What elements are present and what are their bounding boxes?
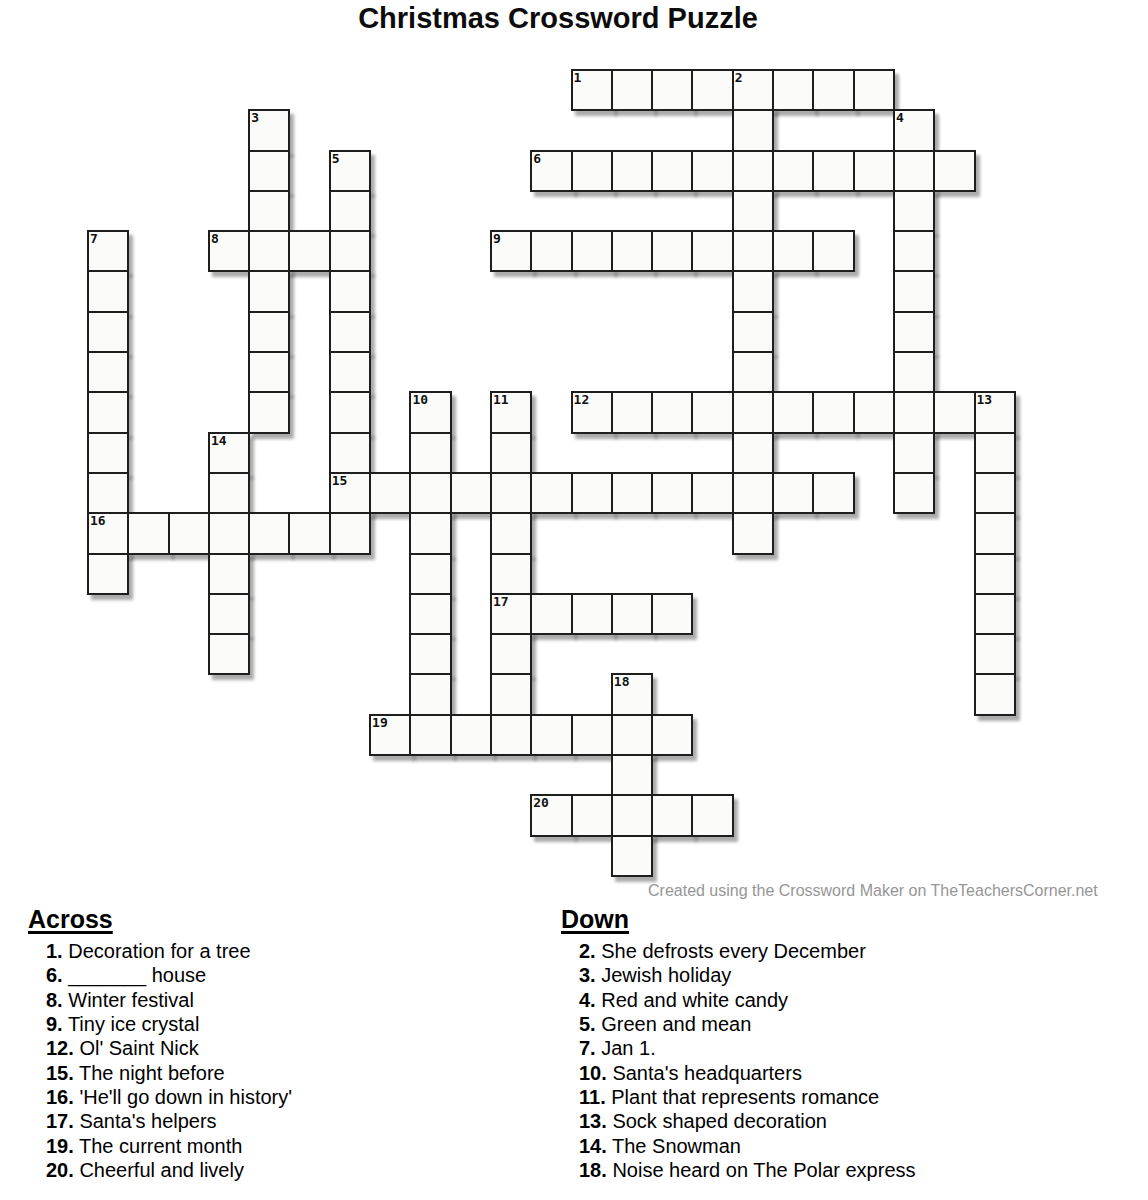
cell-r14c3[interactable] <box>208 633 250 675</box>
cell-r8c20[interactable] <box>893 391 935 433</box>
cell-r8c6[interactable] <box>329 391 371 433</box>
across-clue-list: 1. Decoration for a tree6. _______ house… <box>28 939 528 1182</box>
clue-text: 'He'll go down in history' <box>79 1086 292 1108</box>
cell-r12c22[interactable] <box>974 553 1016 595</box>
cell-r16c10[interactable] <box>490 714 532 756</box>
cell-r11c8[interactable] <box>409 512 451 554</box>
cell-r4c18[interactable] <box>812 230 854 272</box>
cell-r16c8[interactable] <box>409 714 451 756</box>
clue-number: 2. <box>579 940 596 962</box>
cell-r10c7[interactable] <box>369 472 411 514</box>
down-clue-10: 10. Santa's headquarters <box>579 1061 1131 1085</box>
credit-text: Created using the Crossword Maker on The… <box>648 881 1098 900</box>
cell-r8c13[interactable] <box>611 391 653 433</box>
cell-r3c4[interactable] <box>248 190 290 232</box>
clue-text: Santa's helpers <box>79 1110 216 1132</box>
cell-r8c18[interactable] <box>812 391 854 433</box>
cell-r13c3[interactable] <box>208 593 250 635</box>
cell-r5c20[interactable] <box>893 270 935 312</box>
down-clue-14: 14. The Snowman <box>579 1134 1131 1158</box>
cell-r0c19[interactable] <box>853 69 895 111</box>
across-clue-19: 19. The current month <box>46 1134 528 1158</box>
cell-r10c0[interactable] <box>87 472 129 514</box>
cell-r8c17[interactable] <box>772 391 814 433</box>
clue-number: 6. <box>46 964 63 986</box>
cell-r13c10[interactable]: 17 <box>490 593 532 635</box>
cell-r8c21[interactable] <box>933 391 975 433</box>
cell-r18c13[interactable] <box>611 794 653 836</box>
across-heading: Across <box>28 905 113 934</box>
cell-r2c4[interactable] <box>248 150 290 192</box>
puzzle-title: Christmas Crossword Puzzle <box>0 2 1116 34</box>
clue-number: 11. <box>579 1086 606 1108</box>
across-clue-15: 15. The night before <box>46 1061 528 1085</box>
cell-r1c4[interactable]: 3 <box>248 109 290 151</box>
cell-r10c16[interactable] <box>732 472 774 514</box>
clue-number: 3. <box>579 964 596 986</box>
cell-r18c12[interactable] <box>571 794 613 836</box>
clue-text: Green and mean <box>601 1013 751 1035</box>
cell-r10c13[interactable] <box>611 472 653 514</box>
clue-text: The night before <box>79 1062 225 1084</box>
cell-number-7: 7 <box>90 231 98 246</box>
cell-r10c12[interactable] <box>571 472 613 514</box>
cell-r19c13[interactable] <box>611 835 653 877</box>
cell-r13c8[interactable] <box>409 593 451 635</box>
clue-number: 12. <box>46 1037 74 1059</box>
cell-r11c5[interactable] <box>288 512 330 554</box>
clue-text: Santa's headquarters <box>612 1062 802 1084</box>
cell-r11c0[interactable]: 16 <box>87 512 129 554</box>
cell-r7c20[interactable] <box>893 351 935 393</box>
cell-r4c14[interactable] <box>651 230 693 272</box>
cell-r2c20[interactable] <box>893 150 935 192</box>
cell-r10c22[interactable] <box>974 472 1016 514</box>
cell-r16c11[interactable] <box>530 714 572 756</box>
cell-r7c16[interactable] <box>732 351 774 393</box>
cell-r4c13[interactable] <box>611 230 653 272</box>
clue-text: The current month <box>79 1135 242 1157</box>
cell-number-19: 19 <box>372 715 388 730</box>
cell-r18c11[interactable]: 20 <box>530 794 572 836</box>
cell-r11c10[interactable] <box>490 512 532 554</box>
cell-r15c8[interactable] <box>409 673 451 715</box>
cell-r2c21[interactable] <box>933 150 975 192</box>
clue-number: 9. <box>46 1013 63 1035</box>
cell-r10c9[interactable] <box>450 472 492 514</box>
clue-text: Tiny ice crystal <box>68 1013 200 1035</box>
clue-number: 7. <box>579 1037 596 1059</box>
cell-r6c6[interactable] <box>329 311 371 353</box>
clue-text: Cheerful and lively <box>79 1159 244 1181</box>
cell-number-18: 18 <box>614 674 630 689</box>
across-clue-6: 6. _______ house <box>46 963 528 987</box>
cell-r2c18[interactable] <box>812 150 854 192</box>
cell-number-20: 20 <box>533 795 549 810</box>
cell-number-6: 6 <box>533 151 541 166</box>
cell-number-16: 16 <box>90 513 106 528</box>
clue-text: Sock shaped decoration <box>612 1110 827 1132</box>
cell-r10c14[interactable] <box>651 472 693 514</box>
puzzle-page: Christmas Crossword Puzzle 1234567891011… <box>0 0 1148 1200</box>
cell-r7c6[interactable] <box>329 351 371 393</box>
cell-r3c6[interactable] <box>329 190 371 232</box>
cell-r10c10[interactable] <box>490 472 532 514</box>
clue-number: 4. <box>579 989 596 1011</box>
cell-r4c10[interactable]: 9 <box>490 230 532 272</box>
cell-r9c6[interactable] <box>329 432 371 474</box>
cell-r8c15[interactable] <box>691 391 733 433</box>
cell-r13c14[interactable] <box>651 593 693 635</box>
cell-r6c16[interactable] <box>732 311 774 353</box>
cell-r10c18[interactable] <box>812 472 854 514</box>
cell-r13c22[interactable] <box>974 593 1016 635</box>
down-clue-5: 5. Green and mean <box>579 1012 1131 1036</box>
cell-r2c19[interactable] <box>853 150 895 192</box>
cell-r8c10[interactable]: 11 <box>490 391 532 433</box>
cell-number-14: 14 <box>211 433 227 448</box>
cell-r9c8[interactable] <box>409 432 451 474</box>
cell-number-12: 12 <box>574 392 590 407</box>
cell-r15c10[interactable] <box>490 673 532 715</box>
cell-r2c16[interactable] <box>732 150 774 192</box>
cell-r0c15[interactable] <box>691 69 733 111</box>
cell-number-10: 10 <box>412 392 428 407</box>
across-clue-16: 16. 'He'll go down in history' <box>46 1085 528 1109</box>
cell-number-17: 17 <box>493 594 509 609</box>
cell-r4c15[interactable] <box>691 230 733 272</box>
cell-r0c12[interactable]: 1 <box>571 69 613 111</box>
cell-r9c16[interactable] <box>732 432 774 474</box>
cell-r9c20[interactable] <box>893 432 935 474</box>
cell-r8c14[interactable] <box>651 391 693 433</box>
cell-r13c11[interactable] <box>530 593 572 635</box>
cell-r4c16[interactable] <box>732 230 774 272</box>
down-clues-section: Down 2. She defrosts every December3. Je… <box>561 905 1131 1182</box>
clue-number: 16. <box>46 1086 74 1108</box>
cell-r8c8[interactable]: 10 <box>409 391 451 433</box>
cell-r17c13[interactable] <box>611 754 653 796</box>
clue-text: Ol' Saint Nick <box>79 1037 198 1059</box>
clue-number: 5. <box>579 1013 596 1035</box>
cell-r2c11[interactable]: 6 <box>530 150 572 192</box>
crossword-board: 1234567891011121314151617181920 <box>88 70 1015 876</box>
cell-r12c3[interactable] <box>208 553 250 595</box>
cell-r18c15[interactable] <box>691 794 733 836</box>
clue-text: Jan 1. <box>601 1037 655 1059</box>
cell-r9c3[interactable]: 14 <box>208 432 250 474</box>
down-clue-13: 13. Sock shaped decoration <box>579 1109 1131 1133</box>
cell-r4c11[interactable] <box>530 230 572 272</box>
clue-number: 8. <box>46 989 63 1011</box>
cell-r5c4[interactable] <box>248 270 290 312</box>
clue-text: Jewish holiday <box>601 964 731 986</box>
cell-r1c16[interactable] <box>732 109 774 151</box>
cell-r9c22[interactable] <box>974 432 1016 474</box>
across-clues-section: Across 1. Decoration for a tree6. ______… <box>28 905 528 1182</box>
down-clue-7: 7. Jan 1. <box>579 1036 1131 1060</box>
clue-text: The Snowman <box>612 1135 741 1157</box>
cell-r8c0[interactable] <box>87 391 129 433</box>
cell-r2c17[interactable] <box>772 150 814 192</box>
cell-r15c13[interactable]: 18 <box>611 673 653 715</box>
cell-r10c15[interactable] <box>691 472 733 514</box>
cell-r5c6[interactable] <box>329 270 371 312</box>
clue-text: Decoration for a tree <box>68 940 250 962</box>
cell-r0c13[interactable] <box>611 69 653 111</box>
cell-r4c0[interactable]: 7 <box>87 230 129 272</box>
cell-r8c4[interactable] <box>248 391 290 433</box>
cell-r7c0[interactable] <box>87 351 129 393</box>
cell-r7c4[interactable] <box>248 351 290 393</box>
cell-r10c17[interactable] <box>772 472 814 514</box>
down-heading: Down <box>561 905 629 934</box>
clue-number: 18. <box>579 1159 607 1181</box>
cell-number-13: 13 <box>977 392 993 407</box>
cell-r5c0[interactable] <box>87 270 129 312</box>
cell-r12c10[interactable] <box>490 553 532 595</box>
cell-r10c11[interactable] <box>530 472 572 514</box>
cell-r14c10[interactable] <box>490 633 532 675</box>
cell-r2c13[interactable] <box>611 150 653 192</box>
cell-number-2: 2 <box>735 70 743 85</box>
cell-r13c13[interactable] <box>611 593 653 635</box>
cell-r4c17[interactable] <box>772 230 814 272</box>
cell-r4c12[interactable] <box>571 230 613 272</box>
clue-text: Plant that represents romance <box>611 1086 879 1108</box>
cell-r11c1[interactable] <box>127 512 169 554</box>
cell-r12c8[interactable] <box>409 553 451 595</box>
cell-r15c22[interactable] <box>974 673 1016 715</box>
cell-r4c20[interactable] <box>893 230 935 272</box>
cell-r8c12[interactable]: 12 <box>571 391 613 433</box>
cell-r11c6[interactable] <box>329 512 371 554</box>
cell-r3c16[interactable] <box>732 190 774 232</box>
cell-r3c20[interactable] <box>893 190 935 232</box>
clue-text: Red and white candy <box>601 989 788 1011</box>
cell-r9c10[interactable] <box>490 432 532 474</box>
cell-r16c7[interactable]: 19 <box>369 714 411 756</box>
cell-r2c15[interactable] <box>691 150 733 192</box>
cell-r10c8[interactable] <box>409 472 451 514</box>
down-clue-4: 4. Red and white candy <box>579 988 1131 1012</box>
cell-r4c4[interactable] <box>248 230 290 272</box>
clue-number: 13. <box>579 1110 607 1132</box>
clue-text: Winter festival <box>68 989 194 1011</box>
clue-number: 20. <box>46 1159 74 1181</box>
cell-r16c9[interactable] <box>450 714 492 756</box>
cell-number-15: 15 <box>332 473 348 488</box>
cell-r9c0[interactable] <box>87 432 129 474</box>
clue-text: She defrosts every December <box>601 940 866 962</box>
cell-number-9: 9 <box>493 231 501 246</box>
cell-r0c14[interactable] <box>651 69 693 111</box>
across-clue-20: 20. Cheerful and lively <box>46 1158 528 1182</box>
cell-number-4: 4 <box>896 110 904 125</box>
cell-r4c3[interactable]: 8 <box>208 230 250 272</box>
cell-r1c20[interactable]: 4 <box>893 109 935 151</box>
cell-r6c20[interactable] <box>893 311 935 353</box>
cell-number-8: 8 <box>211 231 219 246</box>
clue-number: 15. <box>46 1062 74 1084</box>
cell-r12c0[interactable] <box>87 553 129 595</box>
cell-r11c16[interactable] <box>732 512 774 554</box>
cell-r18c14[interactable] <box>651 794 693 836</box>
clue-number: 19. <box>46 1135 74 1157</box>
cell-number-11: 11 <box>493 392 509 407</box>
down-clue-18: 18. Noise heard on The Polar express <box>579 1158 1131 1182</box>
across-clue-12: 12. Ol' Saint Nick <box>46 1036 528 1060</box>
cell-r4c6[interactable] <box>329 230 371 272</box>
cell-r10c6[interactable]: 15 <box>329 472 371 514</box>
clue-number: 1. <box>46 940 63 962</box>
cell-r14c22[interactable] <box>974 633 1016 675</box>
cell-r0c16[interactable]: 2 <box>732 69 774 111</box>
cell-r13c12[interactable] <box>571 593 613 635</box>
clue-number: 17. <box>46 1110 74 1132</box>
across-clue-9: 9. Tiny ice crystal <box>46 1012 528 1036</box>
cell-r16c13[interactable] <box>611 714 653 756</box>
cell-r5c16[interactable] <box>732 270 774 312</box>
cell-number-3: 3 <box>251 110 259 125</box>
cell-r4c5[interactable] <box>288 230 330 272</box>
cell-r11c4[interactable] <box>248 512 290 554</box>
cell-r8c22[interactable]: 13 <box>974 391 1016 433</box>
cell-r14c8[interactable] <box>409 633 451 675</box>
cell-number-1: 1 <box>574 70 582 85</box>
cell-r2c6[interactable]: 5 <box>329 150 371 192</box>
down-clue-3: 3. Jewish holiday <box>579 963 1131 987</box>
down-clue-list: 2. She defrosts every December3. Jewish … <box>561 939 1131 1182</box>
cell-r10c20[interactable] <box>893 472 935 514</box>
cell-r11c2[interactable] <box>168 512 210 554</box>
across-clue-1: 1. Decoration for a tree <box>46 939 528 963</box>
clue-number: 10. <box>579 1062 607 1084</box>
cell-number-5: 5 <box>332 151 340 166</box>
cell-r8c16[interactable] <box>732 391 774 433</box>
cell-r2c12[interactable] <box>571 150 613 192</box>
cell-r11c3[interactable] <box>208 512 250 554</box>
cell-r11c22[interactable] <box>974 512 1016 554</box>
cell-r6c4[interactable] <box>248 311 290 353</box>
down-clue-11: 11. Plant that represents romance <box>579 1085 1131 1109</box>
across-clue-17: 17. Santa's helpers <box>46 1109 528 1133</box>
across-clue-8: 8. Winter festival <box>46 988 528 1012</box>
cell-r16c12[interactable] <box>571 714 613 756</box>
cell-r0c17[interactable] <box>772 69 814 111</box>
cell-r6c0[interactable] <box>87 311 129 353</box>
cell-r10c3[interactable] <box>208 472 250 514</box>
clue-number: 14. <box>579 1135 607 1157</box>
cell-r16c14[interactable] <box>651 714 693 756</box>
cell-r2c14[interactable] <box>651 150 693 192</box>
down-clue-2: 2. She defrosts every December <box>579 939 1131 963</box>
cell-r0c18[interactable] <box>812 69 854 111</box>
clue-text: _______ house <box>68 964 206 986</box>
clue-text: Noise heard on The Polar express <box>612 1159 915 1181</box>
cell-r8c19[interactable] <box>853 391 895 433</box>
